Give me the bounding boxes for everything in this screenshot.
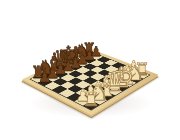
product-photo: ♜♞♝♛♚♝♞♜♟♟♟♟♟♟♟♟♟♟♟♟♟♟♟♟♜♞♝♛♚♝♞♜ — [0, 0, 180, 140]
